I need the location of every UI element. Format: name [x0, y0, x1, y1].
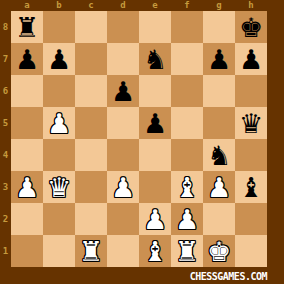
rank-label-5: 5: [0, 107, 11, 139]
black-pawn-icon: ♟: [111, 78, 135, 105]
black-pawn-icon: ♟: [47, 46, 71, 73]
square-a1[interactable]: [11, 235, 43, 267]
square-f1[interactable]: ♜: [171, 235, 203, 267]
black-rook-icon: ♜: [15, 14, 39, 41]
square-c7[interactable]: [75, 43, 107, 75]
square-d1[interactable]: [107, 235, 139, 267]
square-e4[interactable]: [139, 139, 171, 171]
square-e1[interactable]: ♝: [139, 235, 171, 267]
square-e6[interactable]: [139, 75, 171, 107]
square-d3[interactable]: ♟: [107, 171, 139, 203]
square-f2[interactable]: ♟: [171, 203, 203, 235]
square-h1[interactable]: [235, 235, 267, 267]
square-d6[interactable]: ♟: [107, 75, 139, 107]
square-g2[interactable]: [203, 203, 235, 235]
square-g6[interactable]: [203, 75, 235, 107]
white-bishop-icon: ♝: [175, 174, 199, 201]
black-queen-icon: ♛: [239, 110, 263, 137]
white-bishop-icon: ♝: [143, 238, 167, 265]
white-rook-icon: ♜: [175, 238, 199, 265]
rank-label-6: 6: [0, 75, 11, 107]
square-f4[interactable]: [171, 139, 203, 171]
square-b6[interactable]: [43, 75, 75, 107]
white-pawn-icon: ♟: [207, 174, 231, 201]
square-h4[interactable]: [235, 139, 267, 171]
white-pawn-icon: ♟: [15, 174, 39, 201]
square-c5[interactable]: [75, 107, 107, 139]
square-b5[interactable]: ♟: [43, 107, 75, 139]
chessgames-watermark: CHESSGAMES.COM: [190, 272, 267, 282]
square-a7[interactable]: ♟: [11, 43, 43, 75]
square-b3[interactable]: ♛: [43, 171, 75, 203]
rank-label-2: 2: [0, 203, 11, 235]
white-rook-icon: ♜: [79, 238, 103, 265]
square-g7[interactable]: ♟: [203, 43, 235, 75]
black-pawn-icon: ♟: [15, 46, 39, 73]
rank-label-1: 1: [0, 235, 11, 267]
file-label-c: c: [75, 0, 107, 11]
square-b1[interactable]: [43, 235, 75, 267]
square-g3[interactable]: ♟: [203, 171, 235, 203]
black-pawn-icon: ♟: [143, 110, 167, 137]
white-queen-icon: ♛: [47, 174, 71, 201]
square-e8[interactable]: [139, 11, 171, 43]
white-pawn-icon: ♟: [111, 174, 135, 201]
square-g5[interactable]: [203, 107, 235, 139]
file-label-a: a: [11, 0, 43, 11]
board-grid: ♜♚♟♟♞♟♟♟♟♟♛♞♟♛♟♝♟♝♟♟♜♝♜♚: [11, 11, 267, 267]
file-label-f: f: [171, 0, 203, 11]
square-f6[interactable]: [171, 75, 203, 107]
rank-label-7: 7: [0, 43, 11, 75]
square-f3[interactable]: ♝: [171, 171, 203, 203]
file-label-e: e: [139, 0, 171, 11]
square-g8[interactable]: [203, 11, 235, 43]
file-label-g: g: [203, 0, 235, 11]
square-c3[interactable]: [75, 171, 107, 203]
square-h2[interactable]: [235, 203, 267, 235]
square-h8[interactable]: ♚: [235, 11, 267, 43]
square-b2[interactable]: [43, 203, 75, 235]
square-e7[interactable]: ♞: [139, 43, 171, 75]
rank-label-4: 4: [0, 139, 11, 171]
square-c8[interactable]: [75, 11, 107, 43]
square-g1[interactable]: ♚: [203, 235, 235, 267]
square-h5[interactable]: ♛: [235, 107, 267, 139]
square-a8[interactable]: ♜: [11, 11, 43, 43]
square-h6[interactable]: [235, 75, 267, 107]
square-f7[interactable]: [171, 43, 203, 75]
black-king-icon: ♚: [239, 14, 263, 41]
chess-board-diagram: abcdefgh 87654321 ♜♚♟♟♞♟♟♟♟♟♛♞♟♛♟♝♟♝♟♟♜♝…: [0, 0, 284, 284]
square-c6[interactable]: [75, 75, 107, 107]
square-h7[interactable]: ♟: [235, 43, 267, 75]
square-c1[interactable]: ♜: [75, 235, 107, 267]
square-h3[interactable]: ♝: [235, 171, 267, 203]
square-d5[interactable]: [107, 107, 139, 139]
square-e3[interactable]: [139, 171, 171, 203]
square-d8[interactable]: [107, 11, 139, 43]
square-d7[interactable]: [107, 43, 139, 75]
white-king-icon: ♚: [207, 238, 231, 265]
white-pawn-icon: ♟: [47, 110, 71, 137]
square-c2[interactable]: [75, 203, 107, 235]
square-c4[interactable]: [75, 139, 107, 171]
file-label-b: b: [43, 0, 75, 11]
square-e2[interactable]: ♟: [139, 203, 171, 235]
file-labels: abcdefgh: [11, 0, 267, 11]
square-a3[interactable]: ♟: [11, 171, 43, 203]
black-knight-icon: ♞: [207, 142, 231, 169]
rank-labels: 87654321: [0, 11, 11, 267]
square-f8[interactable]: [171, 11, 203, 43]
square-a5[interactable]: [11, 107, 43, 139]
rank-label-8: 8: [0, 11, 11, 43]
square-f5[interactable]: [171, 107, 203, 139]
white-pawn-icon: ♟: [175, 206, 199, 233]
black-pawn-icon: ♟: [207, 46, 231, 73]
file-label-h: h: [235, 0, 267, 11]
file-label-d: d: [107, 0, 139, 11]
black-knight-icon: ♞: [143, 46, 167, 73]
square-d2[interactable]: [107, 203, 139, 235]
black-bishop-icon: ♝: [239, 174, 263, 201]
square-e5[interactable]: ♟: [139, 107, 171, 139]
black-pawn-icon: ♟: [239, 46, 263, 73]
white-pawn-icon: ♟: [143, 206, 167, 233]
square-d4[interactable]: [107, 139, 139, 171]
square-b8[interactable]: [43, 11, 75, 43]
square-a2[interactable]: [11, 203, 43, 235]
square-a4[interactable]: [11, 139, 43, 171]
square-b4[interactable]: [43, 139, 75, 171]
square-g4[interactable]: ♞: [203, 139, 235, 171]
square-b7[interactable]: ♟: [43, 43, 75, 75]
square-a6[interactable]: [11, 75, 43, 107]
rank-label-3: 3: [0, 171, 11, 203]
